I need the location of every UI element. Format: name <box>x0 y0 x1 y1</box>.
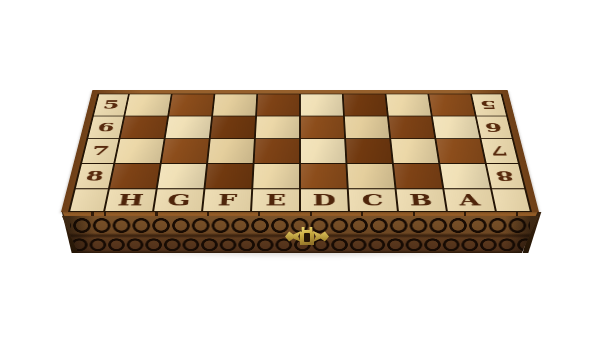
square-c5 <box>344 94 387 115</box>
corner-cell-right <box>492 189 530 211</box>
square-h6 <box>121 116 168 138</box>
rank-label-7-right: 7 <box>482 139 518 162</box>
square-d5 <box>301 94 343 115</box>
square-f8 <box>205 164 252 189</box>
square-h5 <box>125 94 170 115</box>
corner-cell-left <box>70 189 108 211</box>
square-f6 <box>211 116 255 138</box>
square-e6 <box>256 116 299 138</box>
square-b5 <box>386 94 430 115</box>
square-e7 <box>255 139 300 162</box>
square-g5 <box>169 94 213 115</box>
square-b7 <box>391 139 438 162</box>
square-g7 <box>162 139 209 162</box>
square-a6 <box>433 116 480 138</box>
rank-label-6-left: 6 <box>88 116 123 138</box>
square-b6 <box>389 116 435 138</box>
board-lid-top: 55667788HGFEDCBA <box>61 90 539 212</box>
square-f5 <box>213 94 256 115</box>
rank-label-8-left: 8 <box>76 164 113 189</box>
file-label-g: G <box>154 189 203 211</box>
chess-box-photo: 55667788HGFEDCBA <box>0 0 600 360</box>
clasp-keyhole <box>304 233 310 242</box>
square-g8 <box>158 164 206 189</box>
rank-label-8-right: 8 <box>487 164 524 189</box>
square-d8 <box>301 164 347 189</box>
rank-label-text: 8 <box>495 169 515 182</box>
square-g6 <box>166 116 212 138</box>
square-a7 <box>436 139 484 162</box>
rank-label-text: 5 <box>480 99 499 110</box>
square-c8 <box>347 164 394 189</box>
square-d6 <box>301 116 344 138</box>
file-label-f: F <box>203 189 251 211</box>
board-grid: 55667788HGFEDCBA <box>68 94 532 212</box>
square-c7 <box>346 139 392 162</box>
rank-label-5-left: 5 <box>94 94 128 115</box>
clasp-wing-left <box>285 231 301 242</box>
file-label-a: A <box>444 189 494 211</box>
file-label-d: D <box>301 189 348 211</box>
file-label-c: C <box>349 189 397 211</box>
square-c6 <box>345 116 389 138</box>
file-label-h: H <box>105 189 155 211</box>
square-d7 <box>301 139 346 162</box>
square-h7 <box>115 139 163 162</box>
square-f7 <box>208 139 254 162</box>
rank-label-7-left: 7 <box>82 139 118 162</box>
square-a5 <box>429 94 474 115</box>
square-e8 <box>253 164 299 189</box>
square-h8 <box>110 164 160 189</box>
rank-label-5-right: 5 <box>472 94 506 115</box>
clasp-wing-right <box>313 231 329 242</box>
file-label-e: E <box>252 189 299 211</box>
brass-clasp-icon <box>285 227 329 245</box>
rank-label-text: 7 <box>490 145 510 158</box>
square-b8 <box>394 164 442 189</box>
square-a8 <box>440 164 490 189</box>
file-label-b: B <box>397 189 446 211</box>
rank-label-6-right: 6 <box>477 116 512 138</box>
rank-label-text: 6 <box>484 121 503 133</box>
square-e5 <box>257 94 299 115</box>
